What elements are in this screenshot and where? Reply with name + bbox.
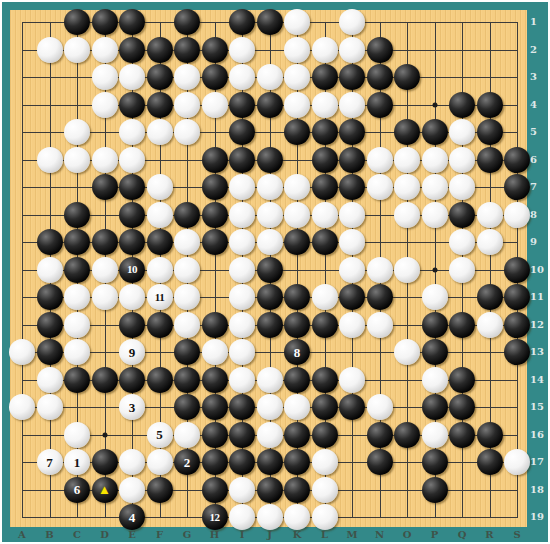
board-point-S9[interactable] [503, 228, 531, 256]
board-point-R11[interactable] [476, 283, 504, 311]
board-point-Q5[interactable] [448, 118, 476, 146]
board-point-H5[interactable] [201, 118, 229, 146]
board-point-N15[interactable] [366, 393, 394, 421]
board-point-S5[interactable] [503, 118, 531, 146]
board-point-K4[interactable] [283, 91, 311, 119]
board-point-E3[interactable] [118, 63, 146, 91]
board-point-A15[interactable] [8, 393, 36, 421]
board-point-O2[interactable] [393, 36, 421, 64]
board-point-S18[interactable] [503, 476, 531, 504]
board-point-M15[interactable] [338, 393, 366, 421]
board-point-J2[interactable] [256, 36, 284, 64]
board-point-B10[interactable] [36, 256, 64, 284]
board-point-K9[interactable] [283, 228, 311, 256]
board-point-N14[interactable] [366, 366, 394, 394]
board-point-J10[interactable] [256, 256, 284, 284]
board-point-G3[interactable] [173, 63, 201, 91]
board-point-B3[interactable] [36, 63, 64, 91]
board-point-F11[interactable]: 11 [146, 283, 174, 311]
board-point-B11[interactable] [36, 283, 64, 311]
board-point-I10[interactable] [228, 256, 256, 284]
board-point-S17[interactable] [503, 448, 531, 476]
board-point-C17[interactable]: 1 [63, 448, 91, 476]
board-point-C10[interactable] [63, 256, 91, 284]
board-point-A13[interactable] [8, 338, 36, 366]
board-point-O1[interactable] [393, 8, 421, 36]
board-point-S11[interactable] [503, 283, 531, 311]
board-point-J19[interactable] [256, 503, 284, 531]
board-point-P5[interactable] [421, 118, 449, 146]
board-point-A9[interactable] [8, 228, 36, 256]
board-point-R8[interactable] [476, 201, 504, 229]
board-point-A12[interactable] [8, 311, 36, 339]
board-point-H11[interactable] [201, 283, 229, 311]
board-point-B8[interactable] [36, 201, 64, 229]
board-point-M10[interactable] [338, 256, 366, 284]
board-point-H16[interactable] [201, 421, 229, 449]
board-point-O14[interactable] [393, 366, 421, 394]
board-point-S15[interactable] [503, 393, 531, 421]
board-point-M12[interactable] [338, 311, 366, 339]
board-point-L10[interactable] [311, 256, 339, 284]
board-point-M7[interactable] [338, 173, 366, 201]
board-point-F3[interactable] [146, 63, 174, 91]
board-point-F4[interactable] [146, 91, 174, 119]
board-point-O8[interactable] [393, 201, 421, 229]
board-point-I12[interactable] [228, 311, 256, 339]
board-point-K3[interactable] [283, 63, 311, 91]
board-point-B5[interactable] [36, 118, 64, 146]
board-point-I8[interactable] [228, 201, 256, 229]
board-point-H1[interactable] [201, 8, 229, 36]
board-point-O9[interactable] [393, 228, 421, 256]
board-point-M2[interactable] [338, 36, 366, 64]
board-point-A10[interactable] [8, 256, 36, 284]
board-point-R17[interactable] [476, 448, 504, 476]
board-point-C11[interactable] [63, 283, 91, 311]
board-point-L7[interactable] [311, 173, 339, 201]
board-point-F6[interactable] [146, 146, 174, 174]
board-point-M3[interactable] [338, 63, 366, 91]
board-point-L14[interactable] [311, 366, 339, 394]
board-point-J16[interactable] [256, 421, 284, 449]
board-point-Q2[interactable] [448, 36, 476, 64]
board-point-B4[interactable] [36, 91, 64, 119]
board-point-G2[interactable] [173, 36, 201, 64]
board-point-C19[interactable] [63, 503, 91, 531]
board-point-G8[interactable] [173, 201, 201, 229]
board-point-O19[interactable] [393, 503, 421, 531]
board-point-Q18[interactable] [448, 476, 476, 504]
board-point-A6[interactable] [8, 146, 36, 174]
board-point-R15[interactable] [476, 393, 504, 421]
board-point-G12[interactable] [173, 311, 201, 339]
board-point-H17[interactable] [201, 448, 229, 476]
board-point-D18[interactable]: ▲ [91, 476, 119, 504]
board-point-J14[interactable] [256, 366, 284, 394]
board-point-D11[interactable] [91, 283, 119, 311]
board-point-S16[interactable] [503, 421, 531, 449]
board-point-R3[interactable] [476, 63, 504, 91]
board-point-J12[interactable] [256, 311, 284, 339]
board-point-P7[interactable] [421, 173, 449, 201]
board-point-H13[interactable] [201, 338, 229, 366]
board-point-E2[interactable] [118, 36, 146, 64]
board-point-G16[interactable] [173, 421, 201, 449]
board-point-E17[interactable] [118, 448, 146, 476]
board-point-P14[interactable] [421, 366, 449, 394]
board-point-Q11[interactable] [448, 283, 476, 311]
board-point-I17[interactable] [228, 448, 256, 476]
board-point-D16[interactable] [91, 421, 119, 449]
board-point-B15[interactable] [36, 393, 64, 421]
board-point-L9[interactable] [311, 228, 339, 256]
board-point-N6[interactable] [366, 146, 394, 174]
board-point-S4[interactable] [503, 91, 531, 119]
board-point-P16[interactable] [421, 421, 449, 449]
board-point-O6[interactable] [393, 146, 421, 174]
board-point-N8[interactable] [366, 201, 394, 229]
board-point-I13[interactable] [228, 338, 256, 366]
board-point-F14[interactable] [146, 366, 174, 394]
board-point-P18[interactable] [421, 476, 449, 504]
board-point-K8[interactable] [283, 201, 311, 229]
board-point-H12[interactable] [201, 311, 229, 339]
board-point-R12[interactable] [476, 311, 504, 339]
board-point-N13[interactable] [366, 338, 394, 366]
board-point-B6[interactable] [36, 146, 64, 174]
board-point-K1[interactable] [283, 8, 311, 36]
board-point-G17[interactable]: 2 [173, 448, 201, 476]
board-point-H19[interactable]: 12 [201, 503, 229, 531]
board-point-O17[interactable] [393, 448, 421, 476]
board-point-P3[interactable] [421, 63, 449, 91]
board-point-I15[interactable] [228, 393, 256, 421]
board-point-H18[interactable] [201, 476, 229, 504]
board-point-L5[interactable] [311, 118, 339, 146]
board-point-K16[interactable] [283, 421, 311, 449]
board-point-N18[interactable] [366, 476, 394, 504]
board-point-C4[interactable] [63, 91, 91, 119]
board-point-G4[interactable] [173, 91, 201, 119]
board-point-B17[interactable]: 7 [36, 448, 64, 476]
board-point-G1[interactable] [173, 8, 201, 36]
board-point-R13[interactable] [476, 338, 504, 366]
board-point-H14[interactable] [201, 366, 229, 394]
board-point-C2[interactable] [63, 36, 91, 64]
board-point-S13[interactable] [503, 338, 531, 366]
board-point-P8[interactable] [421, 201, 449, 229]
board-point-A18[interactable] [8, 476, 36, 504]
board-point-F15[interactable] [146, 393, 174, 421]
board-point-L6[interactable] [311, 146, 339, 174]
board-point-B18[interactable] [36, 476, 64, 504]
board-point-L8[interactable] [311, 201, 339, 229]
board-point-M13[interactable] [338, 338, 366, 366]
board-point-K19[interactable] [283, 503, 311, 531]
board-point-D15[interactable] [91, 393, 119, 421]
board-point-H2[interactable] [201, 36, 229, 64]
board-point-S12[interactable] [503, 311, 531, 339]
board-point-P15[interactable] [421, 393, 449, 421]
board-point-O3[interactable] [393, 63, 421, 91]
board-point-S14[interactable] [503, 366, 531, 394]
board-point-O4[interactable] [393, 91, 421, 119]
board-point-D3[interactable] [91, 63, 119, 91]
board-point-K5[interactable] [283, 118, 311, 146]
board-point-E8[interactable] [118, 201, 146, 229]
board-point-I11[interactable] [228, 283, 256, 311]
board-point-D13[interactable] [91, 338, 119, 366]
board-point-A8[interactable] [8, 201, 36, 229]
board-point-H7[interactable] [201, 173, 229, 201]
board-point-J3[interactable] [256, 63, 284, 91]
board-point-R19[interactable] [476, 503, 504, 531]
board-point-F18[interactable] [146, 476, 174, 504]
board-point-N9[interactable] [366, 228, 394, 256]
board-point-F12[interactable] [146, 311, 174, 339]
board-point-N7[interactable] [366, 173, 394, 201]
board-point-Q19[interactable] [448, 503, 476, 531]
board-point-F13[interactable] [146, 338, 174, 366]
board-point-H4[interactable] [201, 91, 229, 119]
board-point-C8[interactable] [63, 201, 91, 229]
board-point-C18[interactable]: 6 [63, 476, 91, 504]
board-point-I5[interactable] [228, 118, 256, 146]
board-point-E7[interactable] [118, 173, 146, 201]
board-point-A7[interactable] [8, 173, 36, 201]
board-point-R18[interactable] [476, 476, 504, 504]
board-point-K7[interactable] [283, 173, 311, 201]
board-point-I2[interactable] [228, 36, 256, 64]
board-point-F5[interactable] [146, 118, 174, 146]
board-point-H15[interactable] [201, 393, 229, 421]
board-point-D8[interactable] [91, 201, 119, 229]
board-point-K12[interactable] [283, 311, 311, 339]
board-point-C9[interactable] [63, 228, 91, 256]
board-point-M8[interactable] [338, 201, 366, 229]
board-point-L4[interactable] [311, 91, 339, 119]
board-point-K14[interactable] [283, 366, 311, 394]
board-point-B12[interactable] [36, 311, 64, 339]
board-point-P11[interactable] [421, 283, 449, 311]
board-point-H10[interactable] [201, 256, 229, 284]
board-point-B7[interactable] [36, 173, 64, 201]
board-point-O15[interactable] [393, 393, 421, 421]
board-point-N12[interactable] [366, 311, 394, 339]
board-point-N17[interactable] [366, 448, 394, 476]
board-point-N11[interactable] [366, 283, 394, 311]
board-point-D19[interactable] [91, 503, 119, 531]
board-point-G5[interactable] [173, 118, 201, 146]
board-point-E12[interactable] [118, 311, 146, 339]
board-point-G15[interactable] [173, 393, 201, 421]
board-point-Q1[interactable] [448, 8, 476, 36]
board-point-P12[interactable] [421, 311, 449, 339]
board-point-R5[interactable] [476, 118, 504, 146]
board-point-M5[interactable] [338, 118, 366, 146]
board-point-B2[interactable] [36, 36, 64, 64]
board-point-I19[interactable] [228, 503, 256, 531]
board-point-I1[interactable] [228, 8, 256, 36]
board-point-K15[interactable] [283, 393, 311, 421]
board-point-L1[interactable] [311, 8, 339, 36]
board-point-B16[interactable] [36, 421, 64, 449]
board-point-D2[interactable] [91, 36, 119, 64]
board-point-C14[interactable] [63, 366, 91, 394]
board-point-D7[interactable] [91, 173, 119, 201]
board-point-S2[interactable] [503, 36, 531, 64]
board-point-C6[interactable] [63, 146, 91, 174]
board-point-C12[interactable] [63, 311, 91, 339]
board-point-Q14[interactable] [448, 366, 476, 394]
board-point-G13[interactable] [173, 338, 201, 366]
board-point-N1[interactable] [366, 8, 394, 36]
board-point-S3[interactable] [503, 63, 531, 91]
board-point-M11[interactable] [338, 283, 366, 311]
board-point-C3[interactable] [63, 63, 91, 91]
board-point-L18[interactable] [311, 476, 339, 504]
board-point-M9[interactable] [338, 228, 366, 256]
board-point-F17[interactable] [146, 448, 174, 476]
board-point-C7[interactable] [63, 173, 91, 201]
board-point-H8[interactable] [201, 201, 229, 229]
board-point-Q17[interactable] [448, 448, 476, 476]
board-point-C15[interactable] [63, 393, 91, 421]
board-point-G11[interactable] [173, 283, 201, 311]
board-point-J5[interactable] [256, 118, 284, 146]
board-point-D12[interactable] [91, 311, 119, 339]
board-point-C13[interactable] [63, 338, 91, 366]
board-point-L15[interactable] [311, 393, 339, 421]
board-point-M6[interactable] [338, 146, 366, 174]
board-point-O11[interactable] [393, 283, 421, 311]
board-point-P19[interactable] [421, 503, 449, 531]
board-point-C16[interactable] [63, 421, 91, 449]
board-point-J17[interactable] [256, 448, 284, 476]
board-point-H6[interactable] [201, 146, 229, 174]
board-point-P6[interactable] [421, 146, 449, 174]
board-point-K6[interactable] [283, 146, 311, 174]
board-point-I18[interactable] [228, 476, 256, 504]
board-point-R7[interactable] [476, 173, 504, 201]
board-point-D9[interactable] [91, 228, 119, 256]
board-point-I16[interactable] [228, 421, 256, 449]
board-point-Q8[interactable] [448, 201, 476, 229]
board-point-P2[interactable] [421, 36, 449, 64]
board-point-D6[interactable] [91, 146, 119, 174]
board-point-M17[interactable] [338, 448, 366, 476]
board-point-L16[interactable] [311, 421, 339, 449]
board-point-A14[interactable] [8, 366, 36, 394]
board-point-H3[interactable] [201, 63, 229, 91]
board-point-R14[interactable] [476, 366, 504, 394]
board-point-O12[interactable] [393, 311, 421, 339]
board-point-D5[interactable] [91, 118, 119, 146]
board-point-P13[interactable] [421, 338, 449, 366]
board-point-M1[interactable] [338, 8, 366, 36]
board-point-M19[interactable] [338, 503, 366, 531]
board-point-N10[interactable] [366, 256, 394, 284]
board-point-Q16[interactable] [448, 421, 476, 449]
board-point-O10[interactable] [393, 256, 421, 284]
board-point-E10[interactable]: 10 [118, 256, 146, 284]
board-point-I4[interactable] [228, 91, 256, 119]
board-point-Q13[interactable] [448, 338, 476, 366]
board-point-D1[interactable] [91, 8, 119, 36]
board-point-J9[interactable] [256, 228, 284, 256]
board-point-Q10[interactable] [448, 256, 476, 284]
board-point-J18[interactable] [256, 476, 284, 504]
board-point-G14[interactable] [173, 366, 201, 394]
board-point-E14[interactable] [118, 366, 146, 394]
board-point-A19[interactable] [8, 503, 36, 531]
board-point-F2[interactable] [146, 36, 174, 64]
board-point-L13[interactable] [311, 338, 339, 366]
board-point-R1[interactable] [476, 8, 504, 36]
board-point-S19[interactable] [503, 503, 531, 531]
board-point-E13[interactable]: 9 [118, 338, 146, 366]
board-point-O16[interactable] [393, 421, 421, 449]
board-point-B14[interactable] [36, 366, 64, 394]
board-point-Q4[interactable] [448, 91, 476, 119]
board-point-F8[interactable] [146, 201, 174, 229]
board-point-I6[interactable] [228, 146, 256, 174]
board-point-O13[interactable] [393, 338, 421, 366]
board-point-S7[interactable] [503, 173, 531, 201]
board-point-E9[interactable] [118, 228, 146, 256]
board-point-S6[interactable] [503, 146, 531, 174]
board-point-M16[interactable] [338, 421, 366, 449]
board-point-S1[interactable] [503, 8, 531, 36]
board-point-I7[interactable] [228, 173, 256, 201]
board-point-F1[interactable] [146, 8, 174, 36]
board-point-N16[interactable] [366, 421, 394, 449]
board-point-L12[interactable] [311, 311, 339, 339]
board-point-A17[interactable] [8, 448, 36, 476]
board-point-N2[interactable] [366, 36, 394, 64]
board-point-D10[interactable] [91, 256, 119, 284]
board-point-A11[interactable] [8, 283, 36, 311]
board-point-E19[interactable]: 4 [118, 503, 146, 531]
board-point-H9[interactable] [201, 228, 229, 256]
board-point-B9[interactable] [36, 228, 64, 256]
board-point-Q12[interactable] [448, 311, 476, 339]
board-point-F10[interactable] [146, 256, 174, 284]
board-point-K18[interactable] [283, 476, 311, 504]
board-point-E18[interactable] [118, 476, 146, 504]
board-point-E15[interactable]: 3 [118, 393, 146, 421]
board-point-P9[interactable] [421, 228, 449, 256]
board-point-P10[interactable] [421, 256, 449, 284]
board-point-O18[interactable] [393, 476, 421, 504]
board-point-J4[interactable] [256, 91, 284, 119]
board-point-R6[interactable] [476, 146, 504, 174]
board-point-I9[interactable] [228, 228, 256, 256]
board-point-P17[interactable] [421, 448, 449, 476]
board-point-C1[interactable] [63, 8, 91, 36]
board-point-F9[interactable] [146, 228, 174, 256]
board-point-P1[interactable] [421, 8, 449, 36]
board-point-O7[interactable] [393, 173, 421, 201]
board-point-I14[interactable] [228, 366, 256, 394]
board-point-K13[interactable]: 8 [283, 338, 311, 366]
board-point-A16[interactable] [8, 421, 36, 449]
board-point-E5[interactable] [118, 118, 146, 146]
board-point-J15[interactable] [256, 393, 284, 421]
board-point-P4[interactable] [421, 91, 449, 119]
board-point-F16[interactable]: 5 [146, 421, 174, 449]
